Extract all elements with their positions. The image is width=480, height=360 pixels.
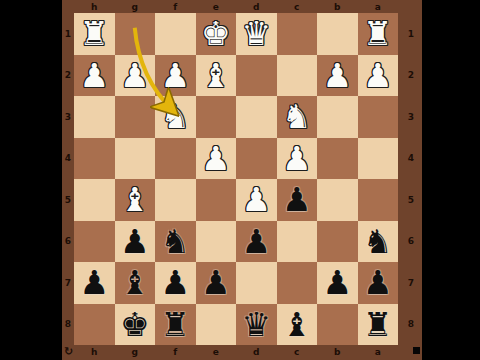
black-to-move-indicator xyxy=(413,347,420,354)
piece-black-pawn[interactable]: ♟ xyxy=(322,266,352,299)
square-b3[interactable] xyxy=(317,96,358,138)
square-f7[interactable]: ♟ xyxy=(155,262,196,304)
square-e6[interactable] xyxy=(196,221,237,263)
rank-label-7: 7 xyxy=(398,262,424,304)
square-c6[interactable] xyxy=(277,221,318,263)
rank-labels-left: 12345678 xyxy=(62,13,74,345)
piece-white-bishop[interactable]: ♝ xyxy=(120,183,150,216)
piece-white-pawn[interactable]: ♟ xyxy=(201,142,231,175)
square-d6[interactable]: ♟ xyxy=(236,221,277,263)
file-label-b: b xyxy=(317,0,358,13)
square-d8[interactable]: ♛ xyxy=(236,304,277,346)
square-f3[interactable]: ♞ xyxy=(155,96,196,138)
square-g1[interactable] xyxy=(115,13,156,55)
square-e7[interactable]: ♟ xyxy=(196,262,237,304)
piece-white-bishop[interactable]: ♝ xyxy=(201,59,231,92)
square-c8[interactable]: ♝ xyxy=(277,304,318,346)
file-label-a: a xyxy=(358,0,399,13)
square-h7[interactable]: ♟ xyxy=(74,262,115,304)
file-labels-top: hgfedcba xyxy=(74,0,398,13)
chess-board: ♜♚♛♜♟♟♟♝♟♟♞♞♟♟♝♟♟♟♞♟♞♟♝♟♟♟♟♚♜♛♝♜ xyxy=(74,13,398,345)
square-e1[interactable]: ♚ xyxy=(196,13,237,55)
square-g6[interactable]: ♟ xyxy=(115,221,156,263)
square-a5[interactable] xyxy=(358,179,399,221)
square-b4[interactable] xyxy=(317,138,358,180)
square-h2[interactable]: ♟ xyxy=(74,55,115,97)
file-label-c: c xyxy=(277,0,318,13)
piece-black-pawn[interactable]: ♟ xyxy=(201,266,231,299)
square-g3[interactable] xyxy=(115,96,156,138)
chess-app-stage: hgfedcba hgfedcba 12345678 12345678 ♜♚♛♜… xyxy=(0,0,480,360)
file-label-a: a xyxy=(358,345,399,358)
square-a1[interactable]: ♜ xyxy=(358,13,399,55)
file-label-e: e xyxy=(196,345,237,358)
square-b6[interactable] xyxy=(317,221,358,263)
square-b8[interactable] xyxy=(317,304,358,346)
rank-label-4: 4 xyxy=(62,138,74,180)
square-h8[interactable] xyxy=(74,304,115,346)
file-label-h: h xyxy=(74,345,115,358)
piece-black-pawn[interactable]: ♟ xyxy=(120,225,150,258)
square-g4[interactable] xyxy=(115,138,156,180)
file-label-g: g xyxy=(115,345,156,358)
file-label-e: e xyxy=(196,0,237,13)
square-c3[interactable]: ♞ xyxy=(277,96,318,138)
rank-label-5: 5 xyxy=(62,179,74,221)
rank-label-6: 6 xyxy=(62,221,74,263)
piece-white-pawn[interactable]: ♟ xyxy=(282,142,312,175)
piece-black-rook[interactable]: ♜ xyxy=(160,308,190,341)
piece-black-bishop[interactable]: ♝ xyxy=(120,266,150,299)
square-f1[interactable] xyxy=(155,13,196,55)
piece-white-king[interactable]: ♚ xyxy=(201,17,231,50)
square-c2[interactable] xyxy=(277,55,318,97)
piece-white-pawn[interactable]: ♟ xyxy=(160,59,190,92)
square-f6[interactable]: ♞ xyxy=(155,221,196,263)
file-label-h: h xyxy=(74,0,115,13)
piece-white-pawn[interactable]: ♟ xyxy=(120,59,150,92)
square-a8[interactable]: ♜ xyxy=(358,304,399,346)
rank-label-8: 8 xyxy=(62,304,74,346)
piece-white-knight[interactable]: ♞ xyxy=(160,100,190,133)
square-c5[interactable]: ♟ xyxy=(277,179,318,221)
square-a2[interactable]: ♟ xyxy=(358,55,399,97)
rank-label-7: 7 xyxy=(62,262,74,304)
file-label-c: c xyxy=(277,345,318,358)
square-e5[interactable] xyxy=(196,179,237,221)
square-e2[interactable]: ♝ xyxy=(196,55,237,97)
rank-label-1: 1 xyxy=(62,13,74,55)
square-h4[interactable] xyxy=(74,138,115,180)
file-label-g: g xyxy=(115,0,156,13)
square-h5[interactable] xyxy=(74,179,115,221)
file-labels-bottom: hgfedcba xyxy=(74,345,398,358)
square-d2[interactable] xyxy=(236,55,277,97)
piece-black-knight[interactable]: ♞ xyxy=(363,225,393,258)
square-e3[interactable] xyxy=(196,96,237,138)
piece-black-queen[interactable]: ♛ xyxy=(241,308,271,341)
file-label-d: d xyxy=(236,0,277,13)
square-f5[interactable] xyxy=(155,179,196,221)
piece-black-pawn[interactable]: ♟ xyxy=(363,266,393,299)
square-d1[interactable]: ♛ xyxy=(236,13,277,55)
square-d4[interactable] xyxy=(236,138,277,180)
square-f8[interactable]: ♜ xyxy=(155,304,196,346)
piece-white-queen[interactable]: ♛ xyxy=(241,17,271,50)
piece-black-bishop[interactable]: ♝ xyxy=(282,308,312,341)
rank-label-3: 3 xyxy=(62,96,74,138)
square-e4[interactable]: ♟ xyxy=(196,138,237,180)
file-label-b: b xyxy=(317,345,358,358)
square-c7[interactable] xyxy=(277,262,318,304)
square-g7[interactable]: ♝ xyxy=(115,262,156,304)
square-b5[interactable] xyxy=(317,179,358,221)
square-a6[interactable]: ♞ xyxy=(358,221,399,263)
piece-black-pawn[interactable]: ♟ xyxy=(79,266,109,299)
square-a3[interactable] xyxy=(358,96,399,138)
piece-white-pawn[interactable]: ♟ xyxy=(363,59,393,92)
square-b2[interactable]: ♟ xyxy=(317,55,358,97)
board-frame: hgfedcba hgfedcba 12345678 12345678 ♜♚♛♜… xyxy=(62,0,422,360)
square-h3[interactable] xyxy=(74,96,115,138)
piece-black-king[interactable]: ♚ xyxy=(120,308,150,341)
rank-label-4: 4 xyxy=(398,138,424,180)
piece-white-pawn[interactable]: ♟ xyxy=(241,183,271,216)
square-e8[interactable] xyxy=(196,304,237,346)
square-g5[interactable]: ♝ xyxy=(115,179,156,221)
rank-label-3: 3 xyxy=(398,96,424,138)
piece-black-pawn[interactable]: ♟ xyxy=(160,266,190,299)
file-label-d: d xyxy=(236,345,277,358)
piece-white-knight[interactable]: ♞ xyxy=(282,100,312,133)
piece-white-rook[interactable]: ♜ xyxy=(79,17,109,50)
square-f4[interactable] xyxy=(155,138,196,180)
square-b7[interactable]: ♟ xyxy=(317,262,358,304)
square-d7[interactable] xyxy=(236,262,277,304)
square-d3[interactable] xyxy=(236,96,277,138)
rank-label-8: 8 xyxy=(398,304,424,346)
piece-black-pawn[interactable]: ♟ xyxy=(282,183,312,216)
file-label-f: f xyxy=(155,0,196,13)
square-a4[interactable] xyxy=(358,138,399,180)
rank-label-1: 1 xyxy=(398,13,424,55)
square-h1[interactable]: ♜ xyxy=(74,13,115,55)
piece-black-knight[interactable]: ♞ xyxy=(160,225,190,258)
rank-label-2: 2 xyxy=(62,55,74,97)
rank-labels-right: 12345678 xyxy=(398,13,424,345)
piece-white-rook[interactable]: ♜ xyxy=(363,17,393,50)
rank-label-2: 2 xyxy=(398,55,424,97)
square-a7[interactable]: ♟ xyxy=(358,262,399,304)
square-b1[interactable] xyxy=(317,13,358,55)
square-c4[interactable]: ♟ xyxy=(277,138,318,180)
square-h6[interactable] xyxy=(74,221,115,263)
piece-black-rook[interactable]: ♜ xyxy=(363,308,393,341)
square-g8[interactable]: ♚ xyxy=(115,304,156,346)
piece-white-pawn[interactable]: ♟ xyxy=(322,59,352,92)
piece-white-pawn[interactable]: ♟ xyxy=(79,59,109,92)
rank-label-5: 5 xyxy=(398,179,424,221)
piece-black-pawn[interactable]: ♟ xyxy=(241,225,271,258)
square-f2[interactable]: ♟ xyxy=(155,55,196,97)
file-label-f: f xyxy=(155,345,196,358)
square-g2[interactable]: ♟ xyxy=(115,55,156,97)
square-c1[interactable] xyxy=(277,13,318,55)
flip-board-icon[interactable]: ↻ xyxy=(62,344,75,358)
rank-label-6: 6 xyxy=(398,221,424,263)
square-d5[interactable]: ♟ xyxy=(236,179,277,221)
